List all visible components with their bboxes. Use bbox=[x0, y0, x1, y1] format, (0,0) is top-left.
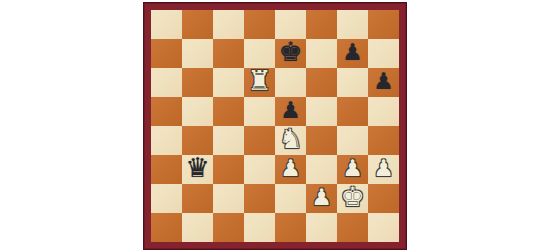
white-knight-e4: ♞ bbox=[275, 124, 306, 153]
square-e4[interactable]: ♞ bbox=[275, 126, 306, 155]
square-d6[interactable]: ♜ bbox=[244, 68, 275, 97]
square-g2[interactable]: ♚ bbox=[337, 184, 368, 213]
square-c4[interactable] bbox=[213, 126, 244, 155]
black-pawn-e5: ♟ bbox=[275, 96, 306, 125]
square-h7[interactable] bbox=[368, 39, 399, 68]
square-d1[interactable] bbox=[244, 213, 275, 242]
square-c8[interactable] bbox=[213, 10, 244, 39]
square-a3[interactable] bbox=[151, 155, 182, 184]
black-queen-b3: ♛ bbox=[182, 153, 213, 182]
square-f4[interactable] bbox=[306, 126, 337, 155]
square-a1[interactable] bbox=[151, 213, 182, 242]
square-b3[interactable]: ♛ bbox=[182, 155, 213, 184]
square-e3[interactable]: ♟ bbox=[275, 155, 306, 184]
square-d2[interactable] bbox=[244, 184, 275, 213]
square-c5[interactable] bbox=[213, 97, 244, 126]
square-a5[interactable] bbox=[151, 97, 182, 126]
square-b6[interactable] bbox=[182, 68, 213, 97]
square-b1[interactable] bbox=[182, 213, 213, 242]
square-d5[interactable] bbox=[244, 97, 275, 126]
square-a4[interactable] bbox=[151, 126, 182, 155]
square-g6[interactable] bbox=[337, 68, 368, 97]
white-pawn-g3: ♟ bbox=[337, 154, 368, 183]
square-h5[interactable] bbox=[368, 97, 399, 126]
square-a6[interactable] bbox=[151, 68, 182, 97]
square-h6[interactable]: ♟ bbox=[368, 68, 399, 97]
square-d7[interactable] bbox=[244, 39, 275, 68]
square-d3[interactable] bbox=[244, 155, 275, 184]
square-g3[interactable]: ♟ bbox=[337, 155, 368, 184]
black-pawn-h6: ♟ bbox=[368, 67, 399, 96]
chess-board: ♚♟♜♟♟♞♛♟♟♟♟♚ bbox=[151, 10, 399, 242]
square-c6[interactable] bbox=[213, 68, 244, 97]
square-e5[interactable]: ♟ bbox=[275, 97, 306, 126]
square-f2[interactable]: ♟ bbox=[306, 184, 337, 213]
square-b7[interactable] bbox=[182, 39, 213, 68]
square-f8[interactable] bbox=[306, 10, 337, 39]
square-h1[interactable] bbox=[368, 213, 399, 242]
white-pawn-h3: ♟ bbox=[368, 154, 399, 183]
square-d4[interactable] bbox=[244, 126, 275, 155]
black-king-e7: ♚ bbox=[275, 37, 306, 66]
square-e2[interactable] bbox=[275, 184, 306, 213]
square-c1[interactable] bbox=[213, 213, 244, 242]
square-e8[interactable] bbox=[275, 10, 306, 39]
square-b5[interactable] bbox=[182, 97, 213, 126]
square-c3[interactable] bbox=[213, 155, 244, 184]
white-king-g2: ♚ bbox=[337, 182, 368, 211]
square-c7[interactable] bbox=[213, 39, 244, 68]
black-pawn-g7: ♟ bbox=[337, 38, 368, 67]
white-pawn-f2: ♟ bbox=[306, 183, 337, 212]
square-f5[interactable] bbox=[306, 97, 337, 126]
square-a7[interactable] bbox=[151, 39, 182, 68]
square-f6[interactable] bbox=[306, 68, 337, 97]
square-h2[interactable] bbox=[368, 184, 399, 213]
square-e7[interactable]: ♚ bbox=[275, 39, 306, 68]
square-e1[interactable] bbox=[275, 213, 306, 242]
square-g4[interactable] bbox=[337, 126, 368, 155]
square-f3[interactable] bbox=[306, 155, 337, 184]
square-h4[interactable] bbox=[368, 126, 399, 155]
square-b8[interactable] bbox=[182, 10, 213, 39]
square-g5[interactable] bbox=[337, 97, 368, 126]
square-h8[interactable] bbox=[368, 10, 399, 39]
square-c2[interactable] bbox=[213, 184, 244, 213]
square-g1[interactable] bbox=[337, 213, 368, 242]
square-e6[interactable] bbox=[275, 68, 306, 97]
square-b2[interactable] bbox=[182, 184, 213, 213]
page-background: ♚♟♜♟♟♞♛♟♟♟♟♚ bbox=[0, 0, 550, 252]
square-f1[interactable] bbox=[306, 213, 337, 242]
square-a8[interactable] bbox=[151, 10, 182, 39]
square-b4[interactable] bbox=[182, 126, 213, 155]
square-h3[interactable]: ♟ bbox=[368, 155, 399, 184]
square-a2[interactable] bbox=[151, 184, 182, 213]
white-rook-d6: ♜ bbox=[244, 66, 275, 95]
square-f7[interactable] bbox=[306, 39, 337, 68]
chess-board-frame: ♚♟♜♟♟♞♛♟♟♟♟♚ bbox=[144, 3, 406, 249]
square-g7[interactable]: ♟ bbox=[337, 39, 368, 68]
square-d8[interactable] bbox=[244, 10, 275, 39]
white-pawn-e3: ♟ bbox=[275, 154, 306, 183]
square-g8[interactable] bbox=[337, 10, 368, 39]
